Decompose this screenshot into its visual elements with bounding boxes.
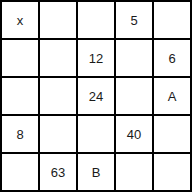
cell-r4c3	[78, 116, 114, 152]
cell-r4c1: 8	[2, 116, 38, 152]
cell-r3c4	[116, 78, 152, 114]
cell-r5c4	[116, 154, 152, 190]
cell-r4c5	[154, 116, 190, 152]
cell-r2c3: 12	[78, 40, 114, 76]
puzzle-board: x512624A84063B	[0, 0, 192, 192]
cell-r3c1	[2, 78, 38, 114]
cell-r1c1: x	[2, 2, 38, 38]
cell-r2c4	[116, 40, 152, 76]
cell-r5c1	[2, 154, 38, 190]
cell-r3c3: 24	[78, 78, 114, 114]
cell-r1c2	[40, 2, 76, 38]
cell-r2c1	[2, 40, 38, 76]
cell-r2c5: 6	[154, 40, 190, 76]
cell-r1c5	[154, 2, 190, 38]
cell-r4c4: 40	[116, 116, 152, 152]
cell-r3c5: A	[154, 78, 190, 114]
cell-r5c3: B	[78, 154, 114, 190]
cell-r1c3	[78, 2, 114, 38]
cell-r5c5	[154, 154, 190, 190]
cell-r5c2: 63	[40, 154, 76, 190]
cell-r4c2	[40, 116, 76, 152]
multiplication-grid: x512624A84063B	[0, 0, 192, 192]
cell-r1c4: 5	[116, 2, 152, 38]
cell-r3c2	[40, 78, 76, 114]
cell-r2c2	[40, 40, 76, 76]
